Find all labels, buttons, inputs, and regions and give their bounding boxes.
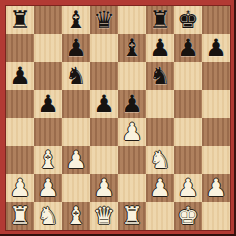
square-a3[interactable]: [6, 146, 34, 174]
white-knight-icon: ♞: [37, 202, 59, 230]
square-d6[interactable]: [90, 62, 118, 90]
board-frame: ♜♝♛♜♚♟♝♟♟♟♟♞♞♟♟♟♟♝♟♞♟♟♟♟♟♟♜♞♝♛♜♚: [0, 0, 236, 236]
black-rook-icon: ♜: [9, 6, 31, 34]
black-pawn-icon: ♟: [93, 90, 115, 118]
square-c6[interactable]: ♞: [62, 62, 90, 90]
square-g7[interactable]: ♟: [174, 34, 202, 62]
black-bishop-icon: ♝: [65, 6, 87, 34]
square-c7[interactable]: ♟: [62, 34, 90, 62]
square-d2[interactable]: ♟: [90, 174, 118, 202]
black-pawn-icon: ♟: [65, 34, 87, 62]
square-a7[interactable]: [6, 34, 34, 62]
white-pawn-icon: ♟: [93, 174, 115, 202]
square-f7[interactable]: ♟: [146, 34, 174, 62]
square-a4[interactable]: [6, 118, 34, 146]
square-f5[interactable]: [146, 90, 174, 118]
square-h2[interactable]: ♟: [202, 174, 230, 202]
square-g6[interactable]: [174, 62, 202, 90]
square-f3[interactable]: ♞: [146, 146, 174, 174]
square-a1[interactable]: ♜: [6, 202, 34, 230]
black-queen-icon: ♛: [93, 6, 115, 34]
square-a2[interactable]: ♟: [6, 174, 34, 202]
square-b1[interactable]: ♞: [34, 202, 62, 230]
square-c1[interactable]: ♝: [62, 202, 90, 230]
black-pawn-icon: ♟: [205, 34, 227, 62]
square-h1[interactable]: [202, 202, 230, 230]
square-b5[interactable]: ♟: [34, 90, 62, 118]
square-d7[interactable]: [90, 34, 118, 62]
square-e4[interactable]: ♟: [118, 118, 146, 146]
black-pawn-icon: ♟: [121, 90, 143, 118]
square-h7[interactable]: ♟: [202, 34, 230, 62]
square-e5[interactable]: ♟: [118, 90, 146, 118]
square-g1[interactable]: ♚: [174, 202, 202, 230]
square-b6[interactable]: [34, 62, 62, 90]
square-e6[interactable]: [118, 62, 146, 90]
white-pawn-icon: ♟: [9, 174, 31, 202]
black-pawn-icon: ♟: [9, 62, 31, 90]
square-b7[interactable]: [34, 34, 62, 62]
square-f1[interactable]: [146, 202, 174, 230]
chess-board: ♜♝♛♜♚♟♝♟♟♟♟♞♞♟♟♟♟♝♟♞♟♟♟♟♟♟♜♞♝♛♜♚: [6, 6, 230, 230]
black-knight-icon: ♞: [149, 62, 171, 90]
square-e2[interactable]: [118, 174, 146, 202]
black-pawn-icon: ♟: [177, 34, 199, 62]
white-queen-icon: ♛: [93, 202, 115, 230]
square-g3[interactable]: [174, 146, 202, 174]
square-a6[interactable]: ♟: [6, 62, 34, 90]
square-e7[interactable]: ♝: [118, 34, 146, 62]
square-f8[interactable]: ♜: [146, 6, 174, 34]
square-e1[interactable]: ♜: [118, 202, 146, 230]
square-f4[interactable]: [146, 118, 174, 146]
white-knight-icon: ♞: [149, 146, 171, 174]
white-pawn-icon: ♟: [205, 174, 227, 202]
square-h5[interactable]: [202, 90, 230, 118]
square-h3[interactable]: [202, 146, 230, 174]
square-d8[interactable]: ♛: [90, 6, 118, 34]
white-bishop-icon: ♝: [37, 146, 59, 174]
square-g8[interactable]: ♚: [174, 6, 202, 34]
square-e3[interactable]: [118, 146, 146, 174]
white-bishop-icon: ♝: [65, 202, 87, 230]
square-d5[interactable]: ♟: [90, 90, 118, 118]
white-pawn-icon: ♟: [65, 146, 87, 174]
white-king-icon: ♚: [177, 202, 199, 230]
white-pawn-icon: ♟: [177, 174, 199, 202]
black-rook-icon: ♜: [149, 6, 171, 34]
square-h4[interactable]: [202, 118, 230, 146]
white-pawn-icon: ♟: [149, 174, 171, 202]
square-b8[interactable]: [34, 6, 62, 34]
square-b2[interactable]: ♟: [34, 174, 62, 202]
square-h6[interactable]: [202, 62, 230, 90]
square-h8[interactable]: [202, 6, 230, 34]
square-c2[interactable]: [62, 174, 90, 202]
square-f2[interactable]: ♟: [146, 174, 174, 202]
square-g2[interactable]: ♟: [174, 174, 202, 202]
square-g5[interactable]: [174, 90, 202, 118]
square-a8[interactable]: ♜: [6, 6, 34, 34]
black-pawn-icon: ♟: [37, 90, 59, 118]
square-b4[interactable]: [34, 118, 62, 146]
square-f6[interactable]: ♞: [146, 62, 174, 90]
square-d1[interactable]: ♛: [90, 202, 118, 230]
white-rook-icon: ♜: [9, 202, 31, 230]
square-c4[interactable]: [62, 118, 90, 146]
square-c8[interactable]: ♝: [62, 6, 90, 34]
square-d3[interactable]: [90, 146, 118, 174]
square-b3[interactable]: ♝: [34, 146, 62, 174]
black-pawn-icon: ♟: [149, 34, 171, 62]
square-e8[interactable]: [118, 6, 146, 34]
square-a5[interactable]: [6, 90, 34, 118]
square-d4[interactable]: [90, 118, 118, 146]
square-c3[interactable]: ♟: [62, 146, 90, 174]
black-knight-icon: ♞: [65, 62, 87, 90]
square-g4[interactable]: [174, 118, 202, 146]
square-c5[interactable]: [62, 90, 90, 118]
white-rook-icon: ♜: [121, 202, 143, 230]
black-bishop-icon: ♝: [121, 34, 143, 62]
white-pawn-icon: ♟: [37, 174, 59, 202]
white-pawn-icon: ♟: [121, 118, 143, 146]
black-king-icon: ♚: [177, 6, 199, 34]
